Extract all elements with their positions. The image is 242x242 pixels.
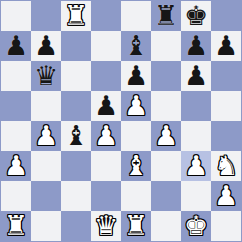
square-h5[interactable] bbox=[211, 91, 241, 121]
square-f8[interactable]: ♜ bbox=[151, 1, 181, 31]
white-R-piece-e1[interactable]: ♜ bbox=[124, 211, 148, 241]
square-e1[interactable]: ♜ bbox=[121, 211, 151, 241]
black-Q-piece-b6[interactable]: ♛ bbox=[34, 61, 58, 91]
black-P-piece-g6[interactable]: ♟ bbox=[184, 61, 208, 91]
square-b4[interactable]: ♟ bbox=[31, 121, 61, 151]
square-h6[interactable] bbox=[211, 61, 241, 91]
square-b1[interactable] bbox=[31, 211, 61, 241]
square-f1[interactable] bbox=[151, 211, 181, 241]
square-d7[interactable] bbox=[91, 31, 121, 61]
square-g8[interactable]: ♚ bbox=[181, 1, 211, 31]
black-B-piece-e7[interactable]: ♝ bbox=[124, 31, 148, 61]
square-b8[interactable] bbox=[31, 1, 61, 31]
square-e7[interactable]: ♝ bbox=[121, 31, 151, 61]
square-b3[interactable] bbox=[31, 151, 61, 181]
black-K-piece-g8[interactable]: ♚ bbox=[184, 1, 208, 31]
white-P-piece-f4[interactable]: ♟ bbox=[154, 121, 178, 151]
square-d8[interactable] bbox=[91, 1, 121, 31]
black-P-piece-b7[interactable]: ♟ bbox=[34, 31, 58, 61]
white-P-piece-h2[interactable]: ♟ bbox=[214, 181, 238, 211]
chess-board: ♜♜♚♟♟♝♟♟♛♟♟♟♟♟♝♟♟♟♝♟♞♟♜♛♜♚ bbox=[0, 0, 242, 242]
white-K-piece-g1[interactable]: ♚ bbox=[184, 211, 208, 241]
square-g3[interactable]: ♟ bbox=[181, 151, 211, 181]
square-e4[interactable] bbox=[121, 121, 151, 151]
square-h4[interactable] bbox=[211, 121, 241, 151]
white-P-piece-b4[interactable]: ♟ bbox=[34, 121, 58, 151]
square-d5[interactable]: ♟ bbox=[91, 91, 121, 121]
white-R-piece-a1[interactable]: ♜ bbox=[4, 211, 28, 241]
square-d2[interactable] bbox=[91, 181, 121, 211]
square-c1[interactable] bbox=[61, 211, 91, 241]
black-P-piece-e6[interactable]: ♟ bbox=[124, 61, 148, 91]
white-P-piece-g3[interactable]: ♟ bbox=[184, 151, 208, 181]
white-P-piece-a3[interactable]: ♟ bbox=[4, 151, 28, 181]
square-e3[interactable]: ♝ bbox=[121, 151, 151, 181]
square-g4[interactable] bbox=[181, 121, 211, 151]
square-f5[interactable] bbox=[151, 91, 181, 121]
white-Q-piece-d1[interactable]: ♛ bbox=[94, 211, 118, 241]
square-f7[interactable] bbox=[151, 31, 181, 61]
black-P-piece-a7[interactable]: ♟ bbox=[4, 31, 28, 61]
square-d1[interactable]: ♛ bbox=[91, 211, 121, 241]
square-e6[interactable]: ♟ bbox=[121, 61, 151, 91]
square-a4[interactable] bbox=[1, 121, 31, 151]
square-d3[interactable] bbox=[91, 151, 121, 181]
square-a2[interactable] bbox=[1, 181, 31, 211]
black-P-piece-d5[interactable]: ♟ bbox=[94, 91, 118, 121]
square-a3[interactable]: ♟ bbox=[1, 151, 31, 181]
black-P-piece-h7[interactable]: ♟ bbox=[214, 31, 238, 61]
square-h8[interactable] bbox=[211, 1, 241, 31]
square-h2[interactable]: ♟ bbox=[211, 181, 241, 211]
square-e8[interactable] bbox=[121, 1, 151, 31]
square-f4[interactable]: ♟ bbox=[151, 121, 181, 151]
square-b2[interactable] bbox=[31, 181, 61, 211]
black-P-piece-g7[interactable]: ♟ bbox=[184, 31, 208, 61]
square-c5[interactable] bbox=[61, 91, 91, 121]
square-b6[interactable]: ♛ bbox=[31, 61, 61, 91]
square-g5[interactable] bbox=[181, 91, 211, 121]
white-R-piece-c8[interactable]: ♜ bbox=[64, 1, 88, 31]
square-g6[interactable]: ♟ bbox=[181, 61, 211, 91]
square-d4[interactable]: ♟ bbox=[91, 121, 121, 151]
white-B-piece-e3[interactable]: ♝ bbox=[124, 151, 148, 181]
square-h7[interactable]: ♟ bbox=[211, 31, 241, 61]
square-c2[interactable] bbox=[61, 181, 91, 211]
square-a5[interactable] bbox=[1, 91, 31, 121]
black-R-piece-f8[interactable]: ♜ bbox=[154, 1, 178, 31]
square-c3[interactable] bbox=[61, 151, 91, 181]
square-g2[interactable] bbox=[181, 181, 211, 211]
square-b5[interactable] bbox=[31, 91, 61, 121]
square-c8[interactable]: ♜ bbox=[61, 1, 91, 31]
white-P-piece-d4[interactable]: ♟ bbox=[94, 121, 118, 151]
square-a8[interactable] bbox=[1, 1, 31, 31]
square-c7[interactable] bbox=[61, 31, 91, 61]
square-f3[interactable] bbox=[151, 151, 181, 181]
square-d6[interactable] bbox=[91, 61, 121, 91]
square-g7[interactable]: ♟ bbox=[181, 31, 211, 61]
white-N-piece-h3[interactable]: ♞ bbox=[214, 151, 238, 181]
square-f2[interactable] bbox=[151, 181, 181, 211]
square-g1[interactable]: ♚ bbox=[181, 211, 211, 241]
square-h1[interactable] bbox=[211, 211, 241, 241]
white-P-piece-e5[interactable]: ♟ bbox=[124, 91, 148, 121]
black-B-piece-c4[interactable]: ♝ bbox=[64, 121, 88, 151]
square-h3[interactable]: ♞ bbox=[211, 151, 241, 181]
square-a6[interactable] bbox=[1, 61, 31, 91]
square-a1[interactable]: ♜ bbox=[1, 211, 31, 241]
square-e5[interactable]: ♟ bbox=[121, 91, 151, 121]
square-c6[interactable] bbox=[61, 61, 91, 91]
square-a7[interactable]: ♟ bbox=[1, 31, 31, 61]
square-c4[interactable]: ♝ bbox=[61, 121, 91, 151]
square-f6[interactable] bbox=[151, 61, 181, 91]
square-e2[interactable] bbox=[121, 181, 151, 211]
square-b7[interactable]: ♟ bbox=[31, 31, 61, 61]
